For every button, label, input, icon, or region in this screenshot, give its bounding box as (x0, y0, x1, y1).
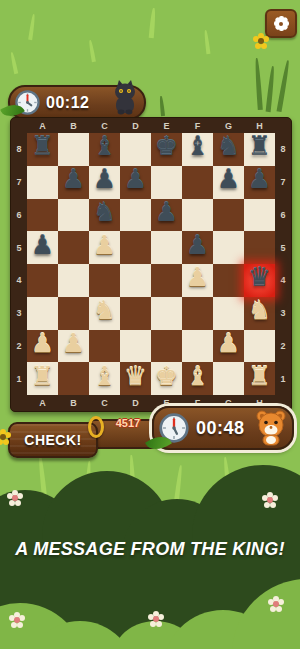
white-flower-icon (273, 601, 279, 607)
file-label-b: B (58, 395, 89, 411)
square-f3[interactable] (182, 297, 213, 330)
gear-icon (273, 16, 289, 32)
square-e3[interactable] (151, 297, 182, 330)
black-pawn[interactable]: ♟ (182, 228, 213, 261)
square-h3[interactable]: ♞ (244, 297, 275, 330)
game-screen: 00:12 ABCDEFGH ABCDEFGH 87654321 8765432… (0, 0, 300, 649)
black-bishop[interactable]: ♝ (89, 130, 120, 163)
square-b7[interactable]: ♟ (58, 166, 89, 199)
rank-label-5: 5 (11, 231, 27, 264)
white-flower-icon (153, 616, 159, 622)
square-h7[interactable]: ♟ (244, 166, 275, 199)
rank-label-2: 2 (275, 330, 291, 363)
square-e5[interactable] (151, 231, 182, 264)
white-rook[interactable]: ♜ (27, 359, 58, 392)
gold-ring-icon (88, 416, 104, 438)
square-c8[interactable]: ♝ (89, 133, 120, 166)
square-e7[interactable] (151, 166, 182, 199)
square-f4[interactable]: ♟ (182, 264, 213, 297)
player-clock-panel: 00:48 (152, 406, 294, 450)
square-g8[interactable]: ♞ (213, 133, 244, 166)
grass-blade (159, 96, 165, 116)
score-value: 4517 (104, 417, 152, 429)
rank-label-6: 6 (11, 199, 27, 232)
square-c2[interactable] (89, 330, 120, 363)
white-king[interactable]: ♚ (151, 359, 182, 392)
rank-label-4: 4 (275, 264, 291, 297)
square-e8[interactable]: ♚ (151, 133, 182, 166)
white-flower-icon (267, 497, 273, 503)
chess-board: ABCDEFGH ABCDEFGH 87654321 87654321 ♜♝♚♝… (10, 117, 292, 412)
board-grid: ♜♝♚♝♞♜♟♟♟♟♟♞♟♟♟♟♟♛♞♞♟♟♟♜♝♛♚♝♜ (27, 133, 275, 395)
square-a5[interactable]: ♟ (27, 231, 58, 264)
square-c4[interactable] (89, 264, 120, 297)
rank-labels-right: 87654321 (275, 133, 291, 395)
rank-label-7: 7 (275, 166, 291, 199)
white-rook[interactable]: ♜ (244, 359, 275, 392)
white-pawn[interactable]: ♟ (213, 327, 244, 360)
white-flower-icon (14, 617, 20, 623)
square-f1[interactable]: ♝ (182, 362, 213, 395)
rank-labels-left: 87654321 (11, 133, 27, 395)
square-h2[interactable] (244, 330, 275, 363)
file-label-d: D (120, 395, 151, 411)
yellow-flower-icon (0, 434, 6, 440)
square-e2[interactable] (151, 330, 182, 363)
square-b2[interactable]: ♟ (58, 330, 89, 363)
square-c6[interactable]: ♞ (89, 199, 120, 232)
square-d2[interactable] (120, 330, 151, 363)
white-queen[interactable]: ♛ (120, 359, 151, 392)
white-bishop[interactable]: ♝ (89, 359, 120, 392)
square-f8[interactable]: ♝ (182, 133, 213, 166)
square-d3[interactable] (120, 297, 151, 330)
rank-label-8: 8 (275, 133, 291, 166)
black-cat-icon (109, 78, 141, 116)
bush-footer: A MESSAGE FROM THE KING! (0, 455, 300, 649)
grass-blade (28, 14, 36, 40)
black-rook[interactable]: ♜ (244, 130, 275, 163)
square-d4[interactable] (120, 264, 151, 297)
black-pawn[interactable]: ♟ (151, 196, 182, 229)
square-h5[interactable] (244, 231, 275, 264)
square-d6[interactable] (120, 199, 151, 232)
grass-blade (266, 66, 276, 112)
opponent-clock-panel: 00:12 (8, 85, 146, 120)
square-b3[interactable] (58, 297, 89, 330)
black-pawn[interactable]: ♟ (244, 163, 275, 196)
white-flower-icon (12, 495, 18, 501)
black-pawn[interactable]: ♟ (27, 228, 58, 261)
settings-button[interactable] (265, 9, 297, 38)
square-b6[interactable] (58, 199, 89, 232)
black-queen[interactable]: ♛ (244, 261, 275, 294)
square-b4[interactable] (58, 264, 89, 297)
rank-label-1: 1 (11, 362, 27, 395)
white-pawn[interactable]: ♟ (58, 327, 89, 360)
square-f2[interactable] (182, 330, 213, 363)
square-e4[interactable] (151, 264, 182, 297)
square-e1[interactable]: ♚ (151, 362, 182, 395)
rank-label-6: 6 (275, 199, 291, 232)
black-bishop[interactable]: ♝ (182, 130, 213, 163)
square-a6[interactable] (27, 199, 58, 232)
square-a1[interactable]: ♜ (27, 362, 58, 395)
yellow-flower-icon (258, 38, 264, 44)
square-g4[interactable] (213, 264, 244, 297)
square-d7[interactable]: ♟ (120, 166, 151, 199)
black-pawn[interactable]: ♟ (89, 163, 120, 196)
square-c7[interactable]: ♟ (89, 166, 120, 199)
black-knight[interactable]: ♞ (89, 196, 120, 229)
banner-text: A MESSAGE FROM THE KING! (0, 539, 300, 560)
square-a3[interactable] (27, 297, 58, 330)
black-pawn[interactable]: ♟ (120, 163, 151, 196)
square-g3[interactable] (213, 297, 244, 330)
rank-label-2: 2 (11, 330, 27, 363)
square-b1[interactable] (58, 362, 89, 395)
square-g1[interactable] (213, 362, 244, 395)
square-e6[interactable]: ♟ (151, 199, 182, 232)
rank-label-3: 3 (275, 297, 291, 330)
rank-label-8: 8 (11, 133, 27, 166)
square-d5[interactable] (120, 231, 151, 264)
square-a8[interactable]: ♜ (27, 133, 58, 166)
black-pawn[interactable]: ♟ (213, 163, 244, 196)
grass-blade (277, 60, 291, 112)
rank-label-3: 3 (11, 297, 27, 330)
player-time: 00:48 (196, 418, 245, 439)
white-knight[interactable]: ♞ (89, 294, 120, 327)
square-g5[interactable] (213, 231, 244, 264)
square-d1[interactable]: ♛ (120, 362, 151, 395)
white-pawn[interactable]: ♟ (89, 228, 120, 261)
black-rook[interactable]: ♜ (27, 130, 58, 163)
square-d8[interactable] (120, 133, 151, 166)
square-b5[interactable] (58, 231, 89, 264)
black-knight[interactable]: ♞ (213, 130, 244, 163)
grass-blade (254, 58, 263, 110)
black-pawn[interactable]: ♟ (58, 163, 89, 196)
check-button[interactable]: CHECK! (8, 422, 98, 458)
opponent-time: 00:12 (46, 94, 89, 112)
square-f7[interactable] (182, 166, 213, 199)
square-g6[interactable] (213, 199, 244, 232)
square-f5[interactable]: ♟ (182, 231, 213, 264)
hamster-icon (253, 408, 289, 446)
file-label-a: A (27, 395, 58, 411)
file-label-b: B (58, 118, 89, 133)
grass-blade (88, 40, 96, 62)
grass-blade (149, 8, 157, 38)
square-h4[interactable]: ♛ (244, 264, 275, 297)
rank-label-4: 4 (11, 264, 27, 297)
square-g7[interactable]: ♟ (213, 166, 244, 199)
square-a7[interactable] (27, 166, 58, 199)
square-g2[interactable]: ♟ (213, 330, 244, 363)
square-h6[interactable] (244, 199, 275, 232)
square-f6[interactable] (182, 199, 213, 232)
grass-blade (10, 52, 18, 74)
square-a4[interactable] (27, 264, 58, 297)
black-king[interactable]: ♚ (151, 130, 182, 163)
rank-label-7: 7 (11, 166, 27, 199)
square-h8[interactable]: ♜ (244, 133, 275, 166)
white-knight[interactable]: ♞ (244, 294, 275, 327)
rank-label-5: 5 (275, 231, 291, 264)
square-b8[interactable] (58, 133, 89, 166)
file-label-d: D (120, 118, 151, 133)
file-label-c: C (89, 395, 120, 411)
square-c3[interactable]: ♞ (89, 297, 120, 330)
square-a2[interactable]: ♟ (27, 330, 58, 363)
grass-blade (204, 30, 211, 54)
white-pawn[interactable]: ♟ (182, 261, 213, 294)
square-h1[interactable]: ♜ (244, 362, 275, 395)
rank-label-1: 1 (275, 362, 291, 395)
square-c1[interactable]: ♝ (89, 362, 120, 395)
white-bishop[interactable]: ♝ (182, 359, 213, 392)
square-c5[interactable]: ♟ (89, 231, 120, 264)
white-pawn[interactable]: ♟ (27, 327, 58, 360)
